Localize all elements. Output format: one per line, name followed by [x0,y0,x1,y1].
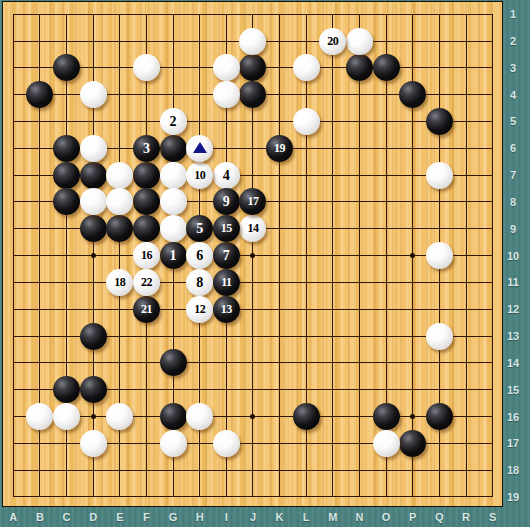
grid-line [13,496,493,497]
stone-white-D8[interactable] [80,188,107,215]
move-number: 11 [213,269,240,296]
stone-black-I11[interactable]: 11 [213,269,240,296]
stone-black-D15[interactable] [80,376,107,403]
stone-black-Q5[interactable] [426,108,453,135]
stone-white-Q7[interactable] [426,162,453,189]
stone-white-J2[interactable] [239,28,266,55]
stone-white-H10[interactable]: 6 [186,242,213,269]
coord-label-col-A: A [4,510,22,524]
stone-white-I4[interactable] [213,81,240,108]
coord-label-row-16: 16 [503,410,523,424]
coord-label-col-L: L [297,510,315,524]
stone-white-M2[interactable]: 20 [319,28,346,55]
stone-white-F10[interactable]: 16 [133,242,160,269]
triangle-marker-icon [193,142,207,153]
stone-black-C6[interactable] [53,135,80,162]
grid-line [359,14,360,498]
stone-white-Q10[interactable] [426,242,453,269]
stone-black-F12[interactable]: 21 [133,296,160,323]
stone-white-D6[interactable] [80,135,107,162]
grid-line [13,309,493,310]
coord-label-row-2: 2 [503,34,523,48]
move-number: 16 [133,242,160,269]
coord-label-col-N: N [350,510,368,524]
stone-white-G9[interactable] [160,215,187,242]
move-number: 5 [186,215,213,242]
stone-white-I3[interactable] [213,54,240,81]
coord-label-col-F: F [137,510,155,524]
move-number: 22 [133,269,160,296]
stone-white-E11[interactable]: 18 [106,269,133,296]
move-number: 17 [239,188,266,215]
move-number: 20 [319,28,346,55]
stone-white-G7[interactable] [160,162,187,189]
coord-label-row-13: 13 [503,329,523,343]
stone-black-O3[interactable] [373,54,400,81]
coord-label-row-9: 9 [503,222,523,236]
coord-label-col-C: C [58,510,76,524]
coord-label-row-18: 18 [503,463,523,477]
grid-line [332,14,333,498]
stone-black-I8[interactable]: 9 [213,188,240,215]
grid-line [13,282,493,283]
stone-black-I9[interactable]: 15 [213,215,240,242]
coord-label-col-I: I [217,510,235,524]
move-number: 2 [160,108,187,135]
coord-label-row-15: 15 [503,383,523,397]
coord-label-row-14: 14 [503,356,523,370]
stone-white-L5[interactable] [293,108,320,135]
coord-label-col-R: R [457,510,475,524]
stone-white-G17[interactable] [160,430,187,457]
stone-white-H16[interactable] [186,403,213,430]
move-number: 18 [106,269,133,296]
coord-label-col-K: K [271,510,289,524]
stone-black-G16[interactable] [160,403,187,430]
stone-white-N2[interactable] [346,28,373,55]
stone-white-J9[interactable]: 14 [239,215,266,242]
move-number: 7 [213,242,240,269]
stone-black-H9[interactable]: 5 [186,215,213,242]
stone-white-H12[interactable]: 12 [186,296,213,323]
stone-white-G5[interactable]: 2 [160,108,187,135]
move-number: 10 [186,162,213,189]
grid-line [13,470,493,471]
stone-white-H11[interactable]: 8 [186,269,213,296]
stone-black-K6[interactable]: 19 [266,135,293,162]
stone-white-H7[interactable]: 10 [186,162,213,189]
stone-black-J8[interactable]: 17 [239,188,266,215]
coord-label-row-12: 12 [503,302,523,316]
coord-label-row-11: 11 [503,275,523,289]
move-number: 6 [186,242,213,269]
stone-black-D13[interactable] [80,323,107,350]
coord-label-row-17: 17 [503,436,523,450]
coord-label-col-O: O [377,510,395,524]
stone-white-D17[interactable] [80,430,107,457]
stone-black-C7[interactable] [53,162,80,189]
grid-line [466,14,467,498]
coord-label-row-19: 19 [503,490,523,504]
stone-black-D7[interactable] [80,162,107,189]
stone-white-I7[interactable]: 4 [213,162,240,189]
move-number: 1 [160,242,187,269]
coord-label-col-E: E [111,510,129,524]
stone-black-Q16[interactable] [426,403,453,430]
stone-black-G6[interactable] [160,135,187,162]
coord-label-row-3: 3 [503,61,523,75]
stone-black-I12[interactable]: 13 [213,296,240,323]
grid-line [279,14,280,498]
move-number: 13 [213,296,240,323]
coord-label-col-S: S [484,510,502,524]
coord-label-col-B: B [31,510,49,524]
coord-label-row-6: 6 [503,141,523,155]
move-number: 8 [186,269,213,296]
move-number: 9 [213,188,240,215]
stone-white-G8[interactable] [160,188,187,215]
move-number: 19 [266,135,293,162]
stone-black-G10[interactable]: 1 [160,242,187,269]
stone-white-L3[interactable] [293,54,320,81]
star-point [91,414,96,419]
move-number: 3 [133,135,160,162]
coord-label-col-Q: Q [430,510,448,524]
coord-label-col-M: M [324,510,342,524]
coord-label-col-G: G [164,510,182,524]
go-diagram: 12345678910111213141516171819202122ABCDE… [0,0,530,527]
move-number: 15 [213,215,240,242]
coord-label-row-8: 8 [503,195,523,209]
coord-label-col-P: P [404,510,422,524]
coord-label-row-1: 1 [503,7,523,21]
move-number: 4 [213,162,240,189]
stone-white-I17[interactable] [213,430,240,457]
move-number: 14 [239,215,266,242]
coord-label-row-5: 5 [503,114,523,128]
coord-label-col-H: H [191,510,209,524]
stone-white-H6-marked[interactable] [186,135,213,162]
stone-white-D4[interactable] [80,81,107,108]
grid-line [492,14,493,498]
stone-black-F7[interactable] [133,162,160,189]
stone-black-P17[interactable] [399,430,426,457]
stone-white-C16[interactable] [53,403,80,430]
stone-white-E7[interactable] [106,162,133,189]
stone-black-O16[interactable] [373,403,400,430]
coord-label-row-4: 4 [503,88,523,102]
move-number: 21 [133,296,160,323]
move-number: 12 [186,296,213,323]
stone-black-F6[interactable]: 3 [133,135,160,162]
coord-label-col-J: J [244,510,262,524]
star-point [91,253,96,258]
stone-white-F11[interactable]: 22 [133,269,160,296]
stone-black-F9[interactable] [133,215,160,242]
coord-label-row-7: 7 [503,168,523,182]
stone-black-D9[interactable] [80,215,107,242]
coord-label-col-D: D [84,510,102,524]
stone-white-O17[interactable] [373,430,400,457]
coord-label-row-10: 10 [503,249,523,263]
stone-black-G14[interactable] [160,349,187,376]
stone-black-L16[interactable] [293,403,320,430]
grid-line [13,362,493,363]
stone-white-Q13[interactable] [426,323,453,350]
stone-black-I10[interactable]: 7 [213,242,240,269]
